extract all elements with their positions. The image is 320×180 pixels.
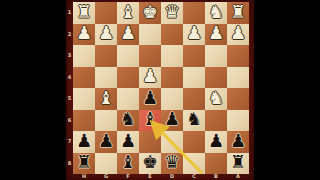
file-label-a: A bbox=[233, 174, 243, 179]
square-a2[interactable]: ♟ bbox=[227, 24, 249, 46]
square-b8[interactable] bbox=[205, 153, 227, 175]
square-a7[interactable]: ♟ bbox=[227, 131, 249, 153]
file-label-f: F bbox=[123, 174, 133, 179]
square-e1[interactable]: ♚ bbox=[139, 2, 161, 24]
piece-white-pawn: ♟ bbox=[230, 24, 246, 42]
piece-white-king: ♚ bbox=[142, 3, 158, 21]
square-f2[interactable]: ♟ bbox=[117, 24, 139, 46]
file-label-g: G bbox=[101, 174, 111, 179]
piece-black-queen: ♛ bbox=[164, 153, 180, 171]
square-h3[interactable] bbox=[73, 45, 95, 67]
square-g4[interactable] bbox=[95, 67, 117, 89]
square-d2[interactable] bbox=[161, 24, 183, 46]
square-e8[interactable]: ♚ bbox=[139, 153, 161, 175]
rank-label-4: 4 bbox=[67, 75, 72, 80]
square-g5[interactable]: ♝ bbox=[95, 88, 117, 110]
square-h1[interactable]: ♜ bbox=[73, 2, 95, 24]
square-h8[interactable]: ♜ bbox=[73, 153, 95, 175]
square-d8[interactable]: ♛ bbox=[161, 153, 183, 175]
square-b7[interactable]: ♟ bbox=[205, 131, 227, 153]
square-a1[interactable]: ♜ bbox=[227, 2, 249, 24]
piece-white-rook: ♜ bbox=[76, 3, 92, 21]
square-a8[interactable]: ♜ bbox=[227, 153, 249, 175]
piece-black-pawn: ♟ bbox=[208, 132, 224, 150]
rank-label-7: 7 bbox=[67, 139, 72, 144]
square-g6[interactable] bbox=[95, 110, 117, 132]
piece-white-knight: ♞ bbox=[208, 89, 224, 107]
square-d3[interactable] bbox=[161, 45, 183, 67]
rank-label-1: 1 bbox=[67, 10, 72, 15]
piece-black-pawn: ♟ bbox=[98, 132, 114, 150]
square-b1[interactable]: ♞ bbox=[205, 2, 227, 24]
square-e2[interactable] bbox=[139, 24, 161, 46]
square-h2[interactable]: ♟ bbox=[73, 24, 95, 46]
square-e3[interactable] bbox=[139, 45, 161, 67]
square-f3[interactable] bbox=[117, 45, 139, 67]
piece-black-pawn: ♟ bbox=[120, 132, 136, 150]
piece-white-pawn: ♟ bbox=[98, 24, 114, 42]
square-f7[interactable]: ♟ bbox=[117, 131, 139, 153]
piece-white-pawn: ♟ bbox=[76, 24, 92, 42]
piece-white-bishop: ♝ bbox=[98, 89, 114, 107]
piece-white-knight: ♞ bbox=[208, 3, 224, 21]
square-c3[interactable] bbox=[183, 45, 205, 67]
square-f6[interactable]: ♞ bbox=[117, 110, 139, 132]
square-b6[interactable] bbox=[205, 110, 227, 132]
file-label-b: B bbox=[211, 174, 221, 179]
square-b2[interactable]: ♟ bbox=[205, 24, 227, 46]
file-label-e: E bbox=[145, 174, 155, 179]
square-g1[interactable] bbox=[95, 2, 117, 24]
square-f8[interactable]: ♝ bbox=[117, 153, 139, 175]
square-e6[interactable]: ♝ bbox=[139, 110, 161, 132]
square-c5[interactable] bbox=[183, 88, 205, 110]
square-a3[interactable] bbox=[227, 45, 249, 67]
square-c7[interactable] bbox=[183, 131, 205, 153]
square-e4[interactable]: ♟ bbox=[139, 67, 161, 89]
square-d1[interactable]: ♛ bbox=[161, 2, 183, 24]
rank-label-2: 2 bbox=[67, 32, 72, 37]
square-h7[interactable]: ♟ bbox=[73, 131, 95, 153]
piece-black-pawn: ♟ bbox=[230, 132, 246, 150]
piece-black-pawn: ♟ bbox=[164, 110, 180, 128]
piece-white-queen: ♛ bbox=[164, 3, 180, 21]
file-label-h: H bbox=[79, 174, 89, 179]
square-b4[interactable] bbox=[205, 67, 227, 89]
square-c1[interactable] bbox=[183, 2, 205, 24]
square-b3[interactable] bbox=[205, 45, 227, 67]
piece-black-king: ♚ bbox=[142, 153, 158, 171]
piece-white-rook: ♜ bbox=[230, 3, 246, 21]
piece-black-pawn: ♟ bbox=[142, 89, 158, 107]
square-c8[interactable] bbox=[183, 153, 205, 175]
rank-label-6: 6 bbox=[67, 118, 72, 123]
rank-label-8: 8 bbox=[67, 161, 72, 166]
square-a5[interactable] bbox=[227, 88, 249, 110]
square-g7[interactable]: ♟ bbox=[95, 131, 117, 153]
square-a6[interactable] bbox=[227, 110, 249, 132]
letterbox-left-bar bbox=[0, 0, 66, 180]
square-e5[interactable]: ♟ bbox=[139, 88, 161, 110]
square-g8[interactable] bbox=[95, 153, 117, 175]
letterbox-right-bar bbox=[254, 0, 320, 180]
piece-black-pawn: ♟ bbox=[76, 132, 92, 150]
square-c2[interactable]: ♟ bbox=[183, 24, 205, 46]
piece-black-knight: ♞ bbox=[120, 110, 136, 128]
piece-black-bishop: ♝ bbox=[142, 110, 158, 128]
file-label-c: C bbox=[189, 174, 199, 179]
square-h4[interactable] bbox=[73, 67, 95, 89]
piece-black-bishop: ♝ bbox=[120, 153, 136, 171]
square-b5[interactable]: ♞ bbox=[205, 88, 227, 110]
chess-board[interactable]: ♜♝♚♛♞♜♟♟♟♟♟♟♟♝♟♞♞♝♟♞♟♟♟♟♟♜♝♚♛♜ bbox=[73, 2, 249, 174]
chess-board-frame: 12345678 ♜♝♚♛♞♜♟♟♟♟♟♟♟♝♟♞♞♝♟♞♟♟♟♟♟♜♝♚♛♜ … bbox=[66, 0, 254, 180]
piece-white-pawn: ♟ bbox=[142, 67, 158, 85]
square-d6[interactable]: ♟ bbox=[161, 110, 183, 132]
piece-white-bishop: ♝ bbox=[120, 3, 136, 21]
square-d5[interactable] bbox=[161, 88, 183, 110]
square-c6[interactable]: ♞ bbox=[183, 110, 205, 132]
square-f4[interactable] bbox=[117, 67, 139, 89]
square-h5[interactable] bbox=[73, 88, 95, 110]
piece-black-rook: ♜ bbox=[230, 153, 246, 171]
square-d7[interactable] bbox=[161, 131, 183, 153]
square-c4[interactable] bbox=[183, 67, 205, 89]
square-e7[interactable] bbox=[139, 131, 161, 153]
square-f1[interactable]: ♝ bbox=[117, 2, 139, 24]
square-g3[interactable] bbox=[95, 45, 117, 67]
file-label-d: D bbox=[167, 174, 177, 179]
rank-label-5: 5 bbox=[67, 96, 72, 101]
square-g2[interactable]: ♟ bbox=[95, 24, 117, 46]
square-f5[interactable] bbox=[117, 88, 139, 110]
piece-white-pawn: ♟ bbox=[208, 24, 224, 42]
piece-white-pawn: ♟ bbox=[186, 24, 202, 42]
rank-label-3: 3 bbox=[67, 53, 72, 58]
piece-white-pawn: ♟ bbox=[120, 24, 136, 42]
video-frame: 12345678 ♜♝♚♛♞♜♟♟♟♟♟♟♟♝♟♞♞♝♟♞♟♟♟♟♟♜♝♚♛♜ … bbox=[0, 0, 320, 180]
square-a4[interactable] bbox=[227, 67, 249, 89]
square-d4[interactable] bbox=[161, 67, 183, 89]
piece-black-rook: ♜ bbox=[76, 153, 92, 171]
piece-black-knight: ♞ bbox=[186, 110, 202, 128]
square-h6[interactable] bbox=[73, 110, 95, 132]
